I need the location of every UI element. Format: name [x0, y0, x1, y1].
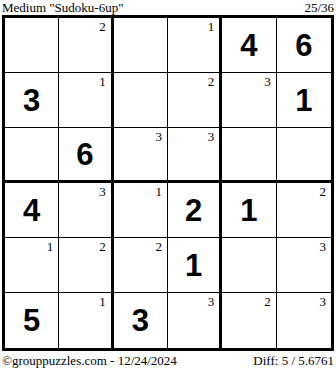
cell-r1c5: 4	[222, 18, 276, 73]
cell-r5c5[interactable]	[222, 238, 276, 293]
difficulty-text: Diff: 5 / 5.6761	[253, 354, 334, 368]
progress-counter: 25/36	[304, 1, 334, 14]
cell-r6c1: 5	[5, 293, 59, 348]
cell-r4c2[interactable]: 3	[59, 183, 113, 238]
given-value: 6	[76, 139, 93, 170]
corner-mark: 2	[319, 185, 326, 198]
cell-r1c3[interactable]	[114, 18, 168, 73]
corner-mark: 1	[47, 240, 54, 253]
cell-r4c1: 4	[5, 183, 59, 238]
cell-r3c4[interactable]: 3	[168, 128, 222, 183]
corner-mark: 2	[99, 20, 106, 33]
copyright-text: ©grouppuzzles.com - 12/24/2024	[2, 354, 177, 368]
given-value: 1	[185, 250, 202, 281]
cell-r1c4[interactable]: 1	[168, 18, 222, 73]
given-value: 1	[240, 195, 257, 226]
given-value: 3	[23, 85, 40, 116]
cell-r3c3[interactable]: 3	[114, 128, 168, 183]
sudoku-board: 21463123163343121212213513323	[2, 15, 334, 351]
corner-mark: 3	[264, 75, 271, 88]
cell-r6c5[interactable]: 2	[222, 293, 276, 348]
cell-r5c1[interactable]: 1	[5, 238, 59, 293]
corner-mark: 2	[99, 240, 106, 253]
cell-r1c6: 6	[277, 18, 331, 73]
cell-r4c5: 1	[222, 183, 276, 238]
given-value: 3	[132, 305, 149, 336]
corner-mark: 2	[208, 75, 215, 88]
given-value: 2	[185, 195, 202, 226]
cell-r1c1[interactable]	[5, 18, 59, 73]
puzzle-title: Medium "Sudoku-6up"	[2, 1, 123, 14]
cell-r3c2: 6	[59, 128, 113, 183]
corner-mark: 3	[319, 240, 326, 253]
given-value: 6	[295, 30, 312, 61]
corner-mark: 2	[155, 240, 162, 253]
corner-mark: 3	[208, 130, 215, 143]
corner-mark: 1	[99, 75, 106, 88]
corner-mark: 1	[99, 295, 106, 308]
given-value: 4	[240, 30, 257, 61]
header: Medium "Sudoku-6up" 25/36	[0, 0, 336, 14]
cell-r2c1: 3	[5, 73, 59, 128]
cell-r1c2[interactable]: 2	[59, 18, 113, 73]
cell-r5c4: 1	[168, 238, 222, 293]
cell-r3c6[interactable]	[277, 128, 331, 183]
cell-r6c3: 3	[114, 293, 168, 348]
given-value: 1	[295, 85, 312, 116]
corner-mark: 3	[99, 185, 106, 198]
cell-r2c2[interactable]: 1	[59, 73, 113, 128]
cell-r3c5[interactable]	[222, 128, 276, 183]
cell-r5c2[interactable]: 2	[59, 238, 113, 293]
cell-r3c1[interactable]	[5, 128, 59, 183]
cell-r6c6[interactable]: 3	[277, 293, 331, 348]
given-value: 4	[23, 195, 40, 226]
cell-r2c6: 1	[277, 73, 331, 128]
corner-mark: 1	[155, 185, 162, 198]
cell-r4c3[interactable]: 1	[114, 183, 168, 238]
cell-r2c4[interactable]: 2	[168, 73, 222, 128]
cell-r6c2[interactable]: 1	[59, 293, 113, 348]
cell-r2c3[interactable]	[114, 73, 168, 128]
cell-r4c4: 2	[168, 183, 222, 238]
cell-r5c6[interactable]: 3	[277, 238, 331, 293]
cell-r4c6[interactable]: 2	[277, 183, 331, 238]
corner-mark: 3	[155, 130, 162, 143]
cell-r5c3[interactable]: 2	[114, 238, 168, 293]
corner-mark: 3	[319, 295, 326, 308]
cell-r6c4[interactable]: 3	[168, 293, 222, 348]
corner-mark: 2	[264, 295, 271, 308]
footer: ©grouppuzzles.com - 12/24/2024 Diff: 5 /…	[0, 354, 336, 368]
given-value: 5	[23, 305, 40, 336]
corner-mark: 3	[208, 295, 215, 308]
corner-mark: 1	[208, 20, 215, 33]
cell-r2c5[interactable]: 3	[222, 73, 276, 128]
